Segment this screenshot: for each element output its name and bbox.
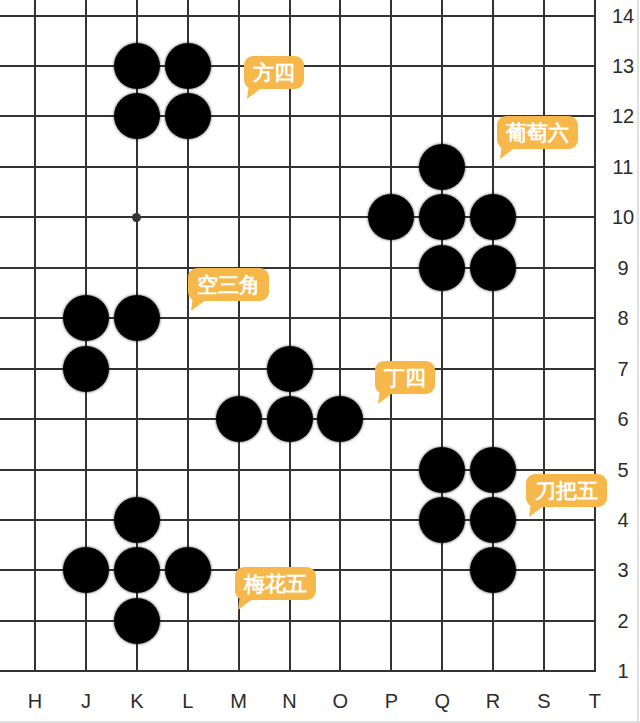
callout-label: 空三角 [197, 273, 260, 296]
grid-vline-T [594, 0, 596, 672]
black-stone-R3 [470, 547, 516, 593]
black-stone-J7 [63, 346, 109, 392]
row-label-1: 1 [617, 660, 628, 683]
callout-label: 梅花五 [244, 572, 307, 595]
callout-tail [247, 87, 263, 99]
col-label-P: P [385, 690, 398, 713]
black-stone-P10 [368, 194, 414, 240]
row-label-5: 5 [617, 458, 628, 481]
grid-vline-Q [441, 0, 443, 672]
row-label-8: 8 [617, 307, 628, 330]
callout-方四: 方四 [244, 56, 304, 89]
black-stone-L3 [165, 547, 211, 593]
grid-vline-S [543, 0, 545, 672]
black-stone-K2 [114, 598, 160, 644]
black-stone-Q9 [419, 245, 465, 291]
row-label-9: 9 [617, 256, 628, 279]
black-stone-R4 [470, 497, 516, 543]
row-label-14: 14 [612, 4, 634, 27]
col-label-H: H [28, 690, 42, 713]
callout-label: 方四 [253, 61, 295, 84]
callout-tail [238, 598, 254, 610]
col-label-N: N [282, 690, 296, 713]
row-label-12: 12 [612, 105, 634, 128]
black-stone-J8 [63, 295, 109, 341]
go-board[interactable]: HJKLMNOPQRST 1413121110987654321 方四葡萄六空三… [0, 0, 640, 723]
black-stone-R10 [470, 194, 516, 240]
row-label-2: 2 [617, 609, 628, 632]
col-label-M: M [230, 690, 247, 713]
row-label-13: 13 [612, 54, 634, 77]
col-label-T: T [589, 690, 601, 713]
callout-label: 葡萄六 [506, 121, 569, 144]
grid-vline-O [339, 0, 341, 672]
row-label-7: 7 [617, 357, 628, 380]
col-label-O: O [333, 690, 349, 713]
row-label-4: 4 [617, 509, 628, 532]
grid-vline-H [34, 0, 36, 672]
callout-空三角: 空三角 [188, 268, 269, 301]
black-stone-K4 [114, 497, 160, 543]
black-stone-O6 [317, 396, 363, 442]
col-label-R: R [486, 690, 500, 713]
grid-hline-11 [0, 166, 596, 168]
callout-刀把五: 刀把五 [526, 474, 607, 507]
row-label-3: 3 [617, 559, 628, 582]
black-stone-Q4 [419, 497, 465, 543]
black-stone-L13 [165, 43, 211, 89]
callout-丁四: 丁四 [375, 361, 435, 394]
black-stone-K12 [114, 93, 160, 139]
black-stone-M6 [216, 396, 262, 442]
black-stone-K3 [114, 547, 160, 593]
col-label-J: J [81, 690, 91, 713]
callout-tail [500, 147, 516, 159]
black-stone-Q5 [419, 447, 465, 493]
page-edge-right [637, 0, 639, 723]
black-stone-L12 [165, 93, 211, 139]
grid-vline-P [390, 0, 392, 672]
grid-hline-1 [0, 670, 596, 672]
grid-hline-14 [0, 15, 596, 17]
star-point-K10 [132, 213, 141, 222]
black-stone-K13 [114, 43, 160, 89]
black-stone-R5 [470, 447, 516, 493]
grid-hline-2 [0, 620, 596, 622]
col-label-L: L [182, 690, 193, 713]
callout-label: 丁四 [384, 366, 426, 389]
black-stone-Q11 [419, 144, 465, 190]
black-stone-N6 [267, 396, 313, 442]
black-stone-K8 [114, 295, 160, 341]
black-stone-N7 [267, 346, 313, 392]
row-label-11: 11 [613, 155, 634, 178]
col-label-K: K [130, 690, 143, 713]
callout-葡萄六: 葡萄六 [497, 116, 578, 149]
callout-tail [191, 299, 207, 311]
black-stone-R9 [470, 245, 516, 291]
black-stone-Q10 [419, 194, 465, 240]
black-stone-J3 [63, 547, 109, 593]
row-label-6: 6 [617, 408, 628, 431]
col-label-S: S [537, 690, 550, 713]
callout-label: 刀把五 [535, 479, 598, 502]
callout-梅花五: 梅花五 [235, 567, 316, 600]
row-label-10: 10 [612, 206, 634, 229]
col-label-Q: Q [434, 690, 450, 713]
